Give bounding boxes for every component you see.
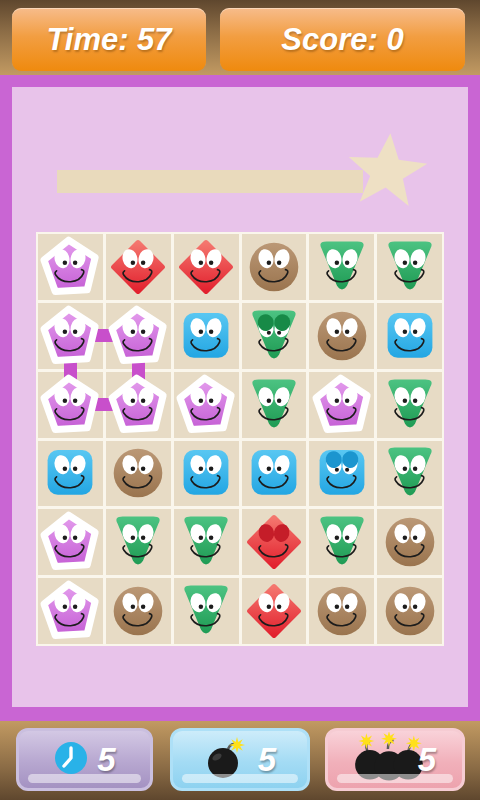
game-board: [36, 232, 444, 646]
cell-r4c6-triangle[interactable]: [377, 441, 442, 507]
progress-bar: [57, 170, 363, 193]
cell-r3c1-pentagon[interactable]: [38, 372, 103, 438]
cell-r6c1-pentagon[interactable]: [38, 578, 103, 644]
powerup-bar: 5 5 5: [0, 721, 480, 800]
cell-r2c6-square[interactable]: [377, 303, 442, 369]
cell-r1c4-circle[interactable]: [242, 234, 307, 300]
cell-r6c6-circle[interactable]: [377, 578, 442, 644]
cell-r6c5-circle[interactable]: [309, 578, 374, 644]
cell-r3c4-triangle[interactable]: [242, 372, 307, 438]
game-panel: [0, 75, 480, 721]
button-gloss: [28, 774, 141, 783]
cell-r1c2-diamond[interactable]: [106, 234, 171, 300]
score-label: Score: 0: [281, 22, 403, 58]
bomb-count: 5: [258, 741, 276, 779]
cell-r5c5-triangle[interactable]: [309, 509, 374, 575]
cell-r6c2-circle[interactable]: [106, 578, 171, 644]
cell-r1c6-triangle[interactable]: [377, 234, 442, 300]
cell-r5c3-triangle[interactable]: [174, 509, 239, 575]
cell-r2c2-pentagon[interactable]: [106, 303, 171, 369]
triple-bomb-count: 5: [418, 741, 436, 779]
cell-r6c3-triangle[interactable]: [174, 578, 239, 644]
cell-r5c6-circle[interactable]: [377, 509, 442, 575]
cell-r4c4-square[interactable]: [242, 441, 307, 507]
cell-r2c3-square[interactable]: [174, 303, 239, 369]
cell-r2c1-pentagon[interactable]: [38, 303, 103, 369]
cell-r4c5-square[interactable]: [309, 441, 374, 507]
cell-r3c2-pentagon[interactable]: [106, 372, 171, 438]
cell-r2c5-circle[interactable]: [309, 303, 374, 369]
cell-r1c5-triangle[interactable]: [309, 234, 374, 300]
cell-r4c1-square[interactable]: [38, 441, 103, 507]
time-display: Time: 57: [12, 8, 206, 71]
bomb-powerup-button[interactable]: 5: [170, 728, 310, 791]
button-gloss: [337, 774, 453, 783]
cell-r1c1-pentagon[interactable]: [38, 234, 103, 300]
time-label: Time: 57: [46, 22, 171, 58]
extra-time-powerup-button[interactable]: 5: [16, 728, 153, 791]
cell-r4c2-circle[interactable]: [106, 441, 171, 507]
game-panel-inner: [12, 87, 468, 707]
cell-r3c6-triangle[interactable]: [377, 372, 442, 438]
top-hud-bar: Time: 57 Score: 0: [0, 0, 480, 75]
cell-r5c1-pentagon[interactable]: [38, 509, 103, 575]
score-display: Score: 0: [220, 8, 465, 71]
cell-r4c3-square[interactable]: [174, 441, 239, 507]
cell-r3c3-pentagon[interactable]: [174, 372, 239, 438]
cell-r5c2-triangle[interactable]: [106, 509, 171, 575]
cell-r2c4-triangle[interactable]: [242, 303, 307, 369]
cell-r3c5-pentagon[interactable]: [309, 372, 374, 438]
cell-r5c4-diamond[interactable]: [242, 509, 307, 575]
cell-r1c3-diamond[interactable]: [174, 234, 239, 300]
triple-bomb-powerup-button[interactable]: 5: [325, 728, 465, 791]
button-gloss: [182, 774, 298, 783]
extra-time-count: 5: [97, 741, 115, 779]
cell-r6c4-diamond[interactable]: [242, 578, 307, 644]
